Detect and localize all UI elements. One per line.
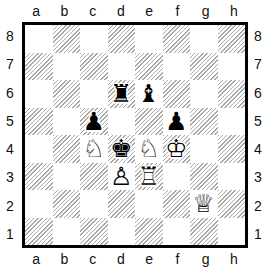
file-label-a-top: a — [22, 1, 50, 21]
square-a5[interactable] — [25, 108, 53, 136]
square-d3[interactable]: ♟♙ — [108, 163, 136, 191]
piece-glyph: ♘ — [138, 134, 160, 163]
square-d1[interactable] — [108, 218, 136, 246]
rank-label-3-right: 3 — [249, 163, 267, 191]
square-h2[interactable] — [218, 190, 246, 218]
rank-label-8-left: 8 — [0, 22, 20, 50]
rank-labels-left: 87654321 — [0, 22, 20, 248]
piece-white-rook-e3: ♜♖ — [138, 164, 160, 189]
rank-label-4-right: 4 — [249, 135, 267, 163]
square-f5[interactable]: ♟ — [163, 108, 191, 136]
piece-glyph: ♖ — [138, 162, 160, 191]
square-c8[interactable] — [80, 25, 108, 53]
square-d7[interactable] — [108, 53, 136, 81]
square-h3[interactable] — [218, 163, 246, 191]
rank-label-4-left: 4 — [0, 135, 20, 163]
piece-white-king-f4: ♚♔ — [165, 136, 187, 161]
rank-label-2-left: 2 — [0, 192, 20, 220]
square-h6[interactable] — [218, 80, 246, 108]
square-b8[interactable] — [53, 25, 81, 53]
square-f1[interactable] — [163, 218, 191, 246]
rank-label-3-left: 3 — [0, 163, 20, 191]
square-e5[interactable] — [135, 108, 163, 136]
square-a3[interactable] — [25, 163, 53, 191]
file-label-d-top: d — [107, 1, 135, 21]
square-g2[interactable]: ♛♕ — [190, 190, 218, 218]
piece-black-king-d4: ♚ — [110, 136, 132, 161]
piece-black-rook-d6: ♜ — [110, 81, 132, 106]
square-h5[interactable] — [218, 108, 246, 136]
piece-black-bishop-e6: ♝ — [138, 81, 160, 106]
square-e6[interactable]: ♝ — [135, 80, 163, 108]
file-label-c-bottom: c — [79, 249, 107, 269]
square-c3[interactable] — [80, 163, 108, 191]
piece-white-knight-c4: ♞♘ — [83, 136, 105, 161]
square-f6[interactable] — [163, 80, 191, 108]
square-d5[interactable] — [108, 108, 136, 136]
rank-label-5-left: 5 — [0, 107, 20, 135]
square-h4[interactable] — [218, 135, 246, 163]
square-h7[interactable] — [218, 53, 246, 81]
square-b4[interactable] — [53, 135, 81, 163]
square-g5[interactable] — [190, 108, 218, 136]
piece-black-pawn-f5: ♟ — [165, 109, 187, 134]
square-b6[interactable] — [53, 80, 81, 108]
square-b2[interactable] — [53, 190, 81, 218]
square-e2[interactable] — [135, 190, 163, 218]
rank-label-7-right: 7 — [249, 50, 267, 78]
piece-glyph: ♚ — [110, 134, 132, 163]
square-d6[interactable]: ♜ — [108, 80, 136, 108]
rank-label-1-right: 1 — [249, 220, 267, 248]
square-b7[interactable] — [53, 53, 81, 81]
piece-glyph: ♟ — [165, 107, 187, 136]
piece-glyph: ♜ — [110, 79, 132, 108]
rank-label-1-left: 1 — [0, 220, 20, 248]
file-label-b-bottom: b — [50, 249, 78, 269]
square-h1[interactable] — [218, 218, 246, 246]
chess-board: ♜♝♟♟♞♘♚♞♘♚♔♟♙♜♖♛♕ — [22, 22, 248, 248]
square-c2[interactable] — [80, 190, 108, 218]
file-label-a-bottom: a — [22, 249, 50, 269]
square-g7[interactable] — [190, 53, 218, 81]
square-f8[interactable] — [163, 25, 191, 53]
square-d8[interactable] — [108, 25, 136, 53]
square-b5[interactable] — [53, 108, 81, 136]
square-a7[interactable] — [25, 53, 53, 81]
rank-label-6-left: 6 — [0, 79, 20, 107]
square-d2[interactable] — [108, 190, 136, 218]
rank-label-7-left: 7 — [0, 50, 20, 78]
square-c1[interactable] — [80, 218, 108, 246]
file-label-g-bottom: g — [192, 249, 220, 269]
square-g4[interactable] — [190, 135, 218, 163]
square-c4[interactable]: ♞♘ — [80, 135, 108, 163]
square-a4[interactable] — [25, 135, 53, 163]
file-label-h-bottom: h — [220, 249, 248, 269]
rank-label-8-right: 8 — [249, 22, 267, 50]
file-label-e-bottom: e — [135, 249, 163, 269]
square-g8[interactable] — [190, 25, 218, 53]
square-d4[interactable]: ♚ — [108, 135, 136, 163]
piece-white-queen-g2: ♛♕ — [193, 191, 215, 216]
file-label-b-top: b — [50, 1, 78, 21]
file-label-g-top: g — [192, 1, 220, 21]
square-g1[interactable] — [190, 218, 218, 246]
square-a2[interactable] — [25, 190, 53, 218]
square-a6[interactable] — [25, 80, 53, 108]
piece-glyph: ♟ — [83, 107, 105, 136]
square-a1[interactable] — [25, 218, 53, 246]
piece-white-knight-e4: ♞♘ — [138, 136, 160, 161]
file-label-h-top: h — [220, 1, 248, 21]
rank-label-5-right: 5 — [249, 107, 267, 135]
rank-label-6-right: 6 — [249, 79, 267, 107]
file-label-c-top: c — [79, 1, 107, 21]
square-f3[interactable] — [163, 163, 191, 191]
square-e1[interactable] — [135, 218, 163, 246]
square-a8[interactable] — [25, 25, 53, 53]
square-b1[interactable] — [53, 218, 81, 246]
square-b3[interactable] — [53, 163, 81, 191]
square-e8[interactable] — [135, 25, 163, 53]
piece-glyph: ♙ — [110, 162, 132, 191]
rank-labels-right: 87654321 — [249, 22, 267, 248]
square-g6[interactable] — [190, 80, 218, 108]
square-c7[interactable] — [80, 53, 108, 81]
piece-white-pawn-d3: ♟♙ — [110, 164, 132, 189]
square-c5[interactable]: ♟ — [80, 108, 108, 136]
square-e3[interactable]: ♜♖ — [135, 163, 163, 191]
square-e7[interactable] — [135, 53, 163, 81]
file-label-e-top: e — [135, 1, 163, 21]
square-f7[interactable] — [163, 53, 191, 81]
piece-glyph: ♘ — [83, 134, 105, 163]
square-g3[interactable] — [190, 163, 218, 191]
square-e4[interactable]: ♞♘ — [135, 135, 163, 163]
rank-label-2-right: 2 — [249, 192, 267, 220]
file-label-f-top: f — [163, 1, 191, 21]
square-h8[interactable] — [218, 25, 246, 53]
file-labels-bottom: abcdefgh — [22, 249, 248, 269]
piece-glyph: ♔ — [165, 134, 187, 163]
piece-glyph: ♝ — [138, 79, 160, 108]
square-f2[interactable] — [163, 190, 191, 218]
piece-glyph: ♕ — [193, 189, 215, 218]
piece-black-pawn-c5: ♟ — [83, 109, 105, 134]
file-labels-top: abcdefgh — [22, 1, 248, 21]
file-label-d-bottom: d — [107, 249, 135, 269]
square-f4[interactable]: ♚♔ — [163, 135, 191, 163]
file-label-f-bottom: f — [163, 249, 191, 269]
square-c6[interactable] — [80, 80, 108, 108]
chess-diagram: abcdefgh 87654321 87654321 abcdefgh ♜♝♟♟… — [0, 0, 267, 270]
